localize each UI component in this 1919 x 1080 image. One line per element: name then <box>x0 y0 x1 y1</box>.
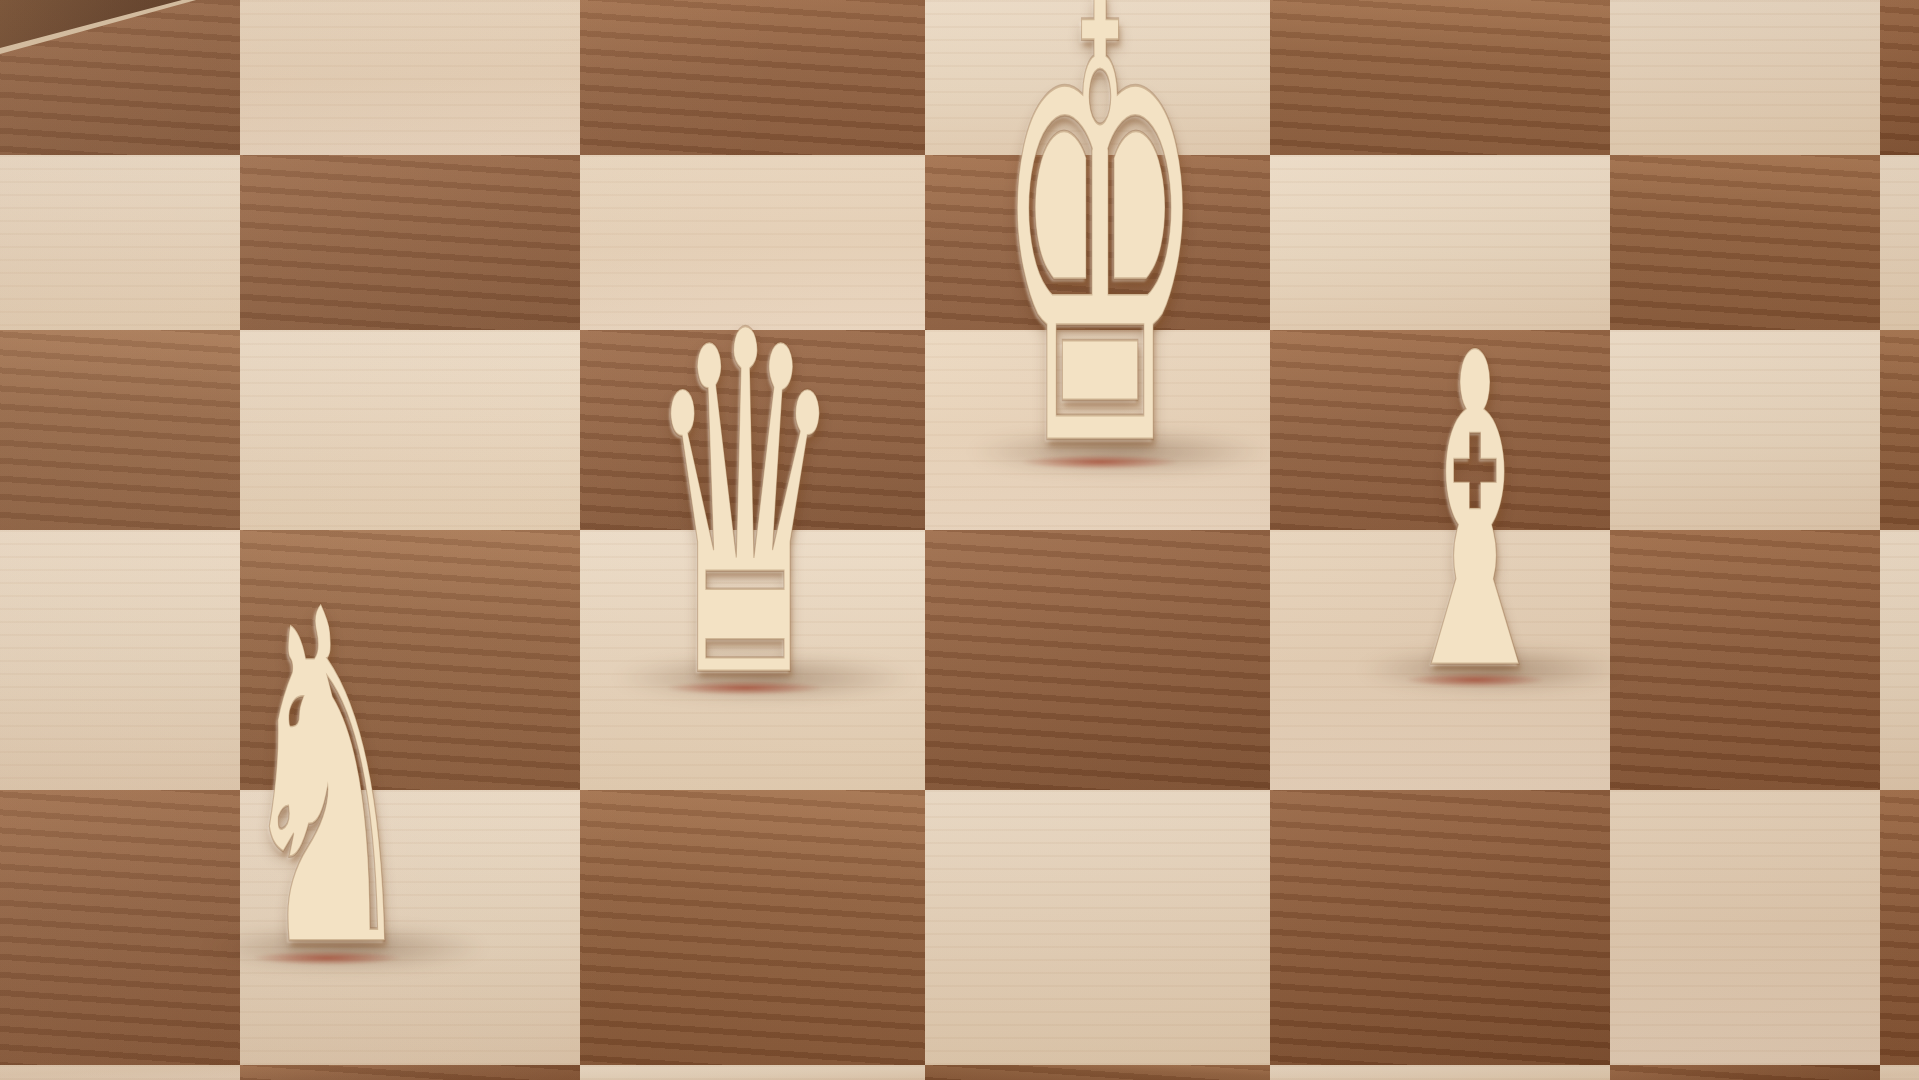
white-king-icon: ♚ <box>994 0 1206 466</box>
chessboard-photo: ♚♛♝♞ <box>0 0 1919 1080</box>
white-bishop-icon: ♝ <box>1391 347 1559 684</box>
white-queen-icon: ♛ <box>646 324 843 692</box>
pieces-layer: ♚♛♝♞ <box>0 0 1919 1080</box>
white-knight-icon: ♞ <box>237 603 418 962</box>
